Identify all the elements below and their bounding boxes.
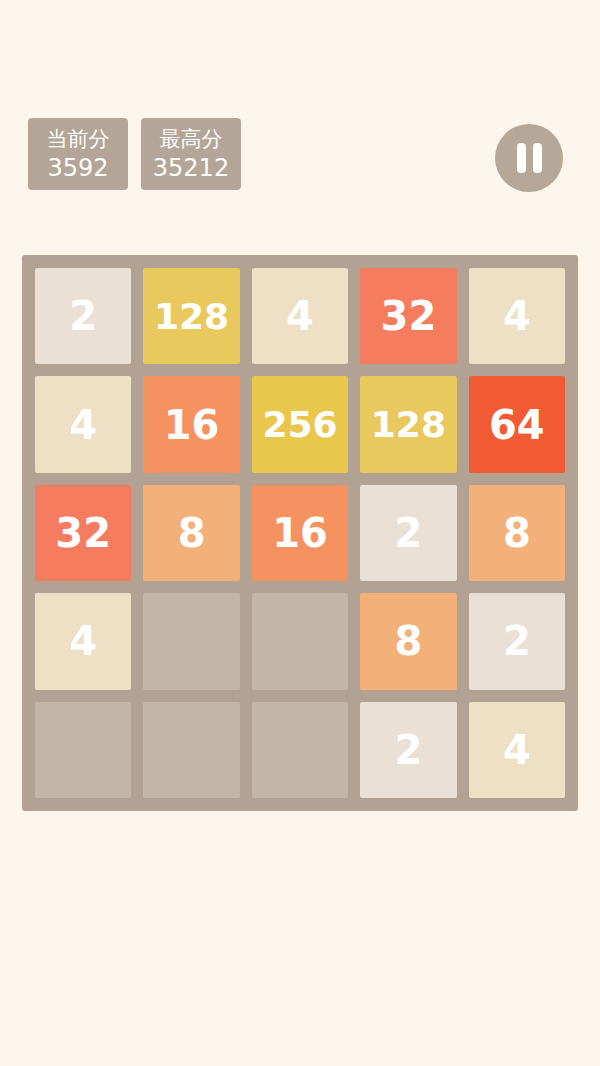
tile-16: 16 <box>252 485 348 581</box>
tile-8: 8 <box>360 593 456 689</box>
pause-button[interactable] <box>495 124 563 192</box>
app-screen: 当前分 3592 最高分 35212 212843244162561286432… <box>0 0 600 1066</box>
best-score-value: 35212 <box>153 153 229 183</box>
tile-32: 32 <box>35 485 131 581</box>
tile-16: 16 <box>143 376 239 472</box>
best-score-box: 最高分 35212 <box>141 118 241 190</box>
tile-256: 256 <box>252 376 348 472</box>
tile-2: 2 <box>35 268 131 364</box>
current-score-box: 当前分 3592 <box>28 118 128 190</box>
best-score-label: 最高分 <box>160 125 223 153</box>
empty-cell <box>35 702 131 798</box>
tile-4: 4 <box>469 268 565 364</box>
tile-128: 128 <box>143 268 239 364</box>
tile-2: 2 <box>469 593 565 689</box>
tile-8: 8 <box>469 485 565 581</box>
empty-cell <box>252 593 348 689</box>
tile-4: 4 <box>252 268 348 364</box>
tile-2: 2 <box>360 702 456 798</box>
empty-cell <box>143 702 239 798</box>
tile-8: 8 <box>143 485 239 581</box>
current-score-value: 3592 <box>47 153 108 183</box>
game-board[interactable]: 2128432441625612864328162848224 <box>22 255 578 811</box>
current-score-label: 当前分 <box>47 125 110 153</box>
empty-cell <box>252 702 348 798</box>
tile-128: 128 <box>360 376 456 472</box>
tile-4: 4 <box>469 702 565 798</box>
tile-32: 32 <box>360 268 456 364</box>
pause-icon <box>517 143 542 173</box>
tile-2: 2 <box>360 485 456 581</box>
tile-64: 64 <box>469 376 565 472</box>
empty-cell <box>143 593 239 689</box>
tile-4: 4 <box>35 376 131 472</box>
score-panel: 当前分 3592 最高分 35212 <box>28 118 241 190</box>
tile-4: 4 <box>35 593 131 689</box>
